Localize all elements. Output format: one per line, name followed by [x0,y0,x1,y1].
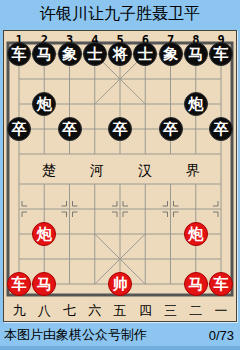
bottom-coord-8: 二 [184,302,208,320]
piece-black-马-f8r0[interactable]: 马 [184,42,208,66]
river-char: 楚 [42,162,56,180]
piece-black-卒-f7r3[interactable]: 卒 [159,117,183,141]
piece-black-象-f7r0[interactable]: 象 [159,42,183,66]
bottom-coord-5: 五 [108,302,132,320]
piece-black-士-f4r0[interactable]: 士 [83,42,107,66]
piece-red-车-f1r9[interactable]: 车 [7,272,31,296]
bottom-coord-7: 三 [159,302,183,320]
piece-black-车-f1r0[interactable]: 车 [7,42,31,66]
river-char: 界 [186,162,200,180]
bottom-coord-6: 四 [133,302,157,320]
footer-caption: 本图片由象棋公众号制作 [4,326,147,344]
piece-red-帅-f5r9[interactable]: 帅 [108,272,132,296]
bottom-coord-9: 一 [209,302,233,320]
page: { "game": "xiangqi", "position": { "fen"… [0,0,240,350]
piece-black-卒-f9r3[interactable]: 卒 [209,117,233,141]
piece-red-炮-f8r7[interactable]: 炮 [184,222,208,246]
piece-black-车-f9r0[interactable]: 车 [209,42,233,66]
river-char: 河 [90,162,104,180]
river-label: 楚河汉界 [42,161,200,181]
bottom-coord-2: 八 [32,302,56,320]
page-title: 许银川让九子胜聂卫平 [0,4,240,25]
piece-black-炮-f8r2[interactable]: 炮 [184,92,208,116]
board-frame: 123456789九八七六五四三二一车马象士将士象马车炮炮卒卒卒卒卒炮炮车马帅马… [3,30,237,322]
river-char: 汉 [138,162,152,180]
piece-black-将-f5r0[interactable]: 将 [108,42,132,66]
move-counter: 0/73 [209,328,234,343]
footer: 本图片由象棋公众号制作 0/73 [4,326,234,344]
window-bottom-strip [0,346,240,350]
piece-black-象-f3r0[interactable]: 象 [58,42,82,66]
piece-black-卒-f3r3[interactable]: 卒 [58,117,82,141]
bottom-coord-4: 六 [83,302,107,320]
piece-black-卒-f5r3[interactable]: 卒 [108,117,132,141]
bottom-coord-1: 九 [7,302,31,320]
piece-black-卒-f1r3[interactable]: 卒 [7,117,31,141]
bottom-coord-3: 七 [58,302,82,320]
piece-red-马-f8r9[interactable]: 马 [184,272,208,296]
piece-red-车-f9r9[interactable]: 车 [209,272,233,296]
